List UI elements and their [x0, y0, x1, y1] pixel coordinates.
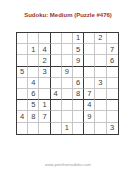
cell-r9c5: 1 [62, 123, 73, 134]
cell-r6c4: 4 [51, 89, 62, 100]
cell-r7c7: 4 [84, 100, 95, 111]
cell-r2c8[interactable] [95, 44, 106, 55]
cell-r7c1[interactable] [17, 100, 28, 111]
cell-r7c8[interactable] [95, 100, 106, 111]
cell-r6c8[interactable] [95, 89, 106, 100]
cell-r8c8[interactable] [95, 111, 106, 122]
puzzle-title: Sudoku: Medium (Puzzle #476) [0, 12, 136, 18]
sudoku-grid: 1214572965394636487514487913 [16, 32, 119, 135]
cell-r4c1: 5 [17, 67, 28, 78]
cell-r5c3[interactable] [39, 78, 50, 89]
cell-r9c1[interactable] [17, 123, 28, 134]
cell-r2c5[interactable] [62, 44, 73, 55]
cell-r2c2: 1 [28, 44, 39, 55]
cell-r2c4[interactable] [51, 44, 62, 55]
cell-r7c2: 5 [28, 100, 39, 111]
cell-r4c5: 9 [62, 67, 73, 78]
cell-r7c5[interactable] [62, 100, 73, 111]
cell-r6c7: 7 [84, 89, 95, 100]
cell-r8c3: 7 [39, 111, 50, 122]
cell-r9c2[interactable] [28, 123, 39, 134]
cell-r2c7[interactable] [84, 44, 95, 55]
cell-r7c6[interactable] [73, 100, 84, 111]
cell-r6c2: 6 [28, 89, 39, 100]
cell-r7c4[interactable] [51, 100, 62, 111]
cell-r3c8[interactable] [95, 55, 106, 66]
cell-r7c3: 1 [39, 100, 50, 111]
cell-r3c6: 9 [73, 55, 84, 66]
cell-r9c6[interactable] [73, 123, 84, 134]
cell-r8c4[interactable] [51, 111, 62, 122]
cell-r4c6[interactable] [73, 67, 84, 78]
cell-r9c7[interactable] [84, 123, 95, 134]
cell-r3c5[interactable] [62, 55, 73, 66]
cell-r8c7: 9 [84, 111, 95, 122]
cell-r5c7[interactable] [84, 78, 95, 89]
cell-r3c9: 6 [107, 55, 118, 66]
cell-r4c4[interactable] [51, 67, 62, 78]
sudoku-sheet: Sudoku: Medium (Puzzle #476) 12145729653… [0, 0, 136, 176]
footer-url: www.printfreesudoku.com [0, 162, 136, 167]
cell-r2c3: 4 [39, 44, 50, 55]
cell-r5c8: 3 [95, 78, 106, 89]
cell-r4c3: 3 [39, 67, 50, 78]
cell-r6c9[interactable] [107, 89, 118, 100]
cell-r1c6: 1 [73, 33, 84, 44]
cell-r3c4[interactable] [51, 55, 62, 66]
cell-r2c6: 5 [73, 44, 84, 55]
cell-r3c3: 2 [39, 55, 50, 66]
cell-r6c1[interactable] [17, 89, 28, 100]
cell-r6c5[interactable] [62, 89, 73, 100]
cell-r5c6: 6 [73, 78, 84, 89]
cell-r9c4[interactable] [51, 123, 62, 134]
cell-r1c4[interactable] [51, 33, 62, 44]
cell-r5c5[interactable] [62, 78, 73, 89]
cell-r5c9[interactable] [107, 78, 118, 89]
cell-r7c9[interactable] [107, 100, 118, 111]
cell-r8c5[interactable] [62, 111, 73, 122]
cell-r9c9: 3 [107, 123, 118, 134]
cell-r3c7[interactable] [84, 55, 95, 66]
cell-r8c2: 8 [28, 111, 39, 122]
cell-r5c4[interactable] [51, 78, 62, 89]
cell-r6c6: 8 [73, 89, 84, 100]
cell-r9c8[interactable] [95, 123, 106, 134]
cell-r5c1[interactable] [17, 78, 28, 89]
cell-r1c1[interactable] [17, 33, 28, 44]
cell-r4c7[interactable] [84, 67, 95, 78]
cell-r3c1[interactable] [17, 55, 28, 66]
cell-r5c2: 4 [28, 78, 39, 89]
cell-r9c3[interactable] [39, 123, 50, 134]
cell-r2c1[interactable] [17, 44, 28, 55]
cell-r1c8: 2 [95, 33, 106, 44]
cell-r4c8[interactable] [95, 67, 106, 78]
cell-r1c7[interactable] [84, 33, 95, 44]
cell-r6c3[interactable] [39, 89, 50, 100]
cell-r1c2[interactable] [28, 33, 39, 44]
cell-r8c9[interactable] [107, 111, 118, 122]
cell-r1c9[interactable] [107, 33, 118, 44]
cell-r3c2[interactable] [28, 55, 39, 66]
cell-r2c9: 7 [107, 44, 118, 55]
cell-r8c1: 4 [17, 111, 28, 122]
cell-r4c9[interactable] [107, 67, 118, 78]
cell-r8c6[interactable] [73, 111, 84, 122]
cell-r1c3[interactable] [39, 33, 50, 44]
cell-r1c5[interactable] [62, 33, 73, 44]
cell-r4c2[interactable] [28, 67, 39, 78]
